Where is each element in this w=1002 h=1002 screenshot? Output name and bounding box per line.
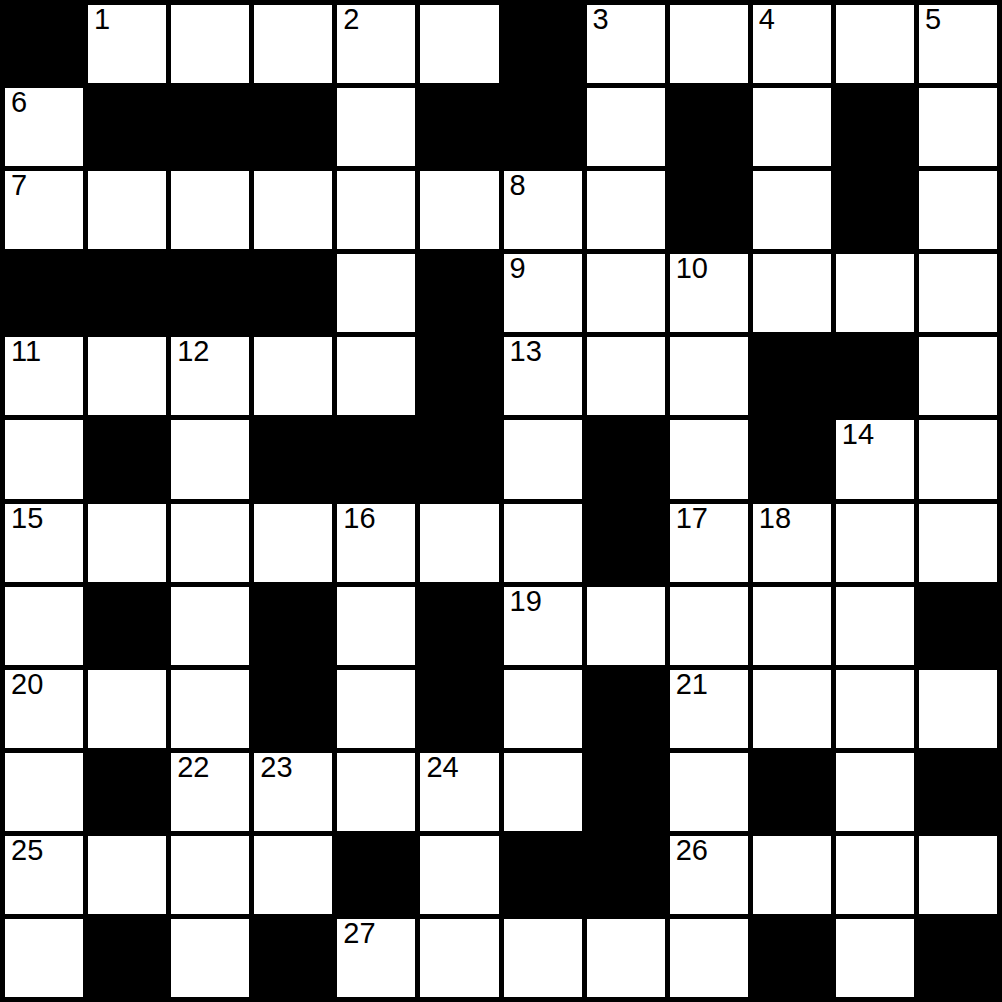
cell-r7c4[interactable] bbox=[254, 504, 332, 582]
block-r6c8 bbox=[587, 420, 665, 498]
block-r3c11 bbox=[836, 171, 914, 249]
cell-r2c10[interactable] bbox=[753, 88, 831, 166]
cell-r9c3[interactable] bbox=[171, 670, 249, 748]
clue-number-3: 3 bbox=[593, 4, 609, 34]
block-r7c8 bbox=[587, 504, 665, 582]
block-r8c2 bbox=[88, 587, 166, 665]
cell-r5c1[interactable]: 11 bbox=[5, 337, 83, 415]
clue-number-8: 8 bbox=[510, 170, 526, 200]
cell-r9c7[interactable] bbox=[504, 670, 582, 748]
cell-r11c11[interactable] bbox=[836, 836, 914, 914]
cell-r8c10[interactable] bbox=[753, 587, 831, 665]
cell-r2c1[interactable]: 6 bbox=[5, 88, 83, 166]
cell-r11c9[interactable]: 26 bbox=[670, 836, 748, 914]
cell-r11c12[interactable] bbox=[919, 836, 997, 914]
cell-r3c12[interactable] bbox=[919, 171, 997, 249]
cell-r4c12[interactable] bbox=[919, 254, 997, 332]
cell-r7c3[interactable] bbox=[171, 504, 249, 582]
cell-r9c10[interactable] bbox=[753, 670, 831, 748]
cell-r9c12[interactable] bbox=[919, 670, 997, 748]
cell-r1c8[interactable]: 3 bbox=[587, 5, 665, 83]
clue-number-1: 1 bbox=[94, 4, 110, 34]
cell-r9c2[interactable] bbox=[88, 670, 166, 748]
cell-r4c10[interactable] bbox=[753, 254, 831, 332]
cell-r3c3[interactable] bbox=[171, 171, 249, 249]
cell-r3c7[interactable]: 8 bbox=[504, 171, 582, 249]
cell-r11c4[interactable] bbox=[254, 836, 332, 914]
cell-r6c12[interactable] bbox=[919, 420, 997, 498]
cell-r1c5[interactable]: 2 bbox=[337, 5, 415, 83]
block-r2c9 bbox=[670, 88, 748, 166]
cell-r12c3[interactable] bbox=[171, 919, 249, 997]
block-r6c6 bbox=[420, 420, 498, 498]
block-r11c7 bbox=[504, 836, 582, 914]
clue-number-21: 21 bbox=[676, 669, 708, 699]
clue-number-23: 23 bbox=[260, 752, 292, 782]
block-r8c12 bbox=[919, 587, 997, 665]
cell-r11c1[interactable]: 25 bbox=[5, 836, 83, 914]
crossword-grid: 1234567891011121314151617181920212223242… bbox=[0, 0, 1002, 1002]
block-r12c10 bbox=[753, 919, 831, 997]
block-r2c7 bbox=[504, 88, 582, 166]
cell-r1c12[interactable]: 5 bbox=[919, 5, 997, 83]
cell-r8c5[interactable] bbox=[337, 587, 415, 665]
block-r1c7 bbox=[504, 5, 582, 83]
clue-number-26: 26 bbox=[676, 835, 708, 865]
clue-number-4: 4 bbox=[759, 4, 775, 34]
clue-number-12: 12 bbox=[177, 336, 209, 366]
clue-number-27: 27 bbox=[343, 918, 375, 948]
cell-r3c4[interactable] bbox=[254, 171, 332, 249]
cell-r1c11[interactable] bbox=[836, 5, 914, 83]
cell-r5c5[interactable] bbox=[337, 337, 415, 415]
cell-r11c10[interactable] bbox=[753, 836, 831, 914]
block-r6c2 bbox=[88, 420, 166, 498]
cell-r11c3[interactable] bbox=[171, 836, 249, 914]
cell-r5c7[interactable]: 13 bbox=[504, 337, 582, 415]
cell-r7c10[interactable]: 18 bbox=[753, 504, 831, 582]
block-r9c8 bbox=[587, 670, 665, 748]
block-r2c11 bbox=[836, 88, 914, 166]
cell-r9c1[interactable]: 20 bbox=[5, 670, 83, 748]
cell-r12c8[interactable] bbox=[587, 919, 665, 997]
cell-r2c5[interactable] bbox=[337, 88, 415, 166]
cell-r12c1[interactable] bbox=[5, 919, 83, 997]
clue-number-2: 2 bbox=[343, 4, 359, 34]
cell-r4c7[interactable]: 9 bbox=[504, 254, 582, 332]
cell-r3c2[interactable] bbox=[88, 171, 166, 249]
cell-r12c11[interactable] bbox=[836, 919, 914, 997]
clue-number-14: 14 bbox=[842, 419, 874, 449]
block-r11c5 bbox=[337, 836, 415, 914]
cell-r10c5[interactable] bbox=[337, 753, 415, 831]
block-r3c9 bbox=[670, 171, 748, 249]
cell-r8c9[interactable] bbox=[670, 587, 748, 665]
cell-r12c9[interactable] bbox=[670, 919, 748, 997]
clue-number-10: 10 bbox=[676, 253, 708, 283]
cell-r7c2[interactable] bbox=[88, 504, 166, 582]
block-r4c1 bbox=[5, 254, 83, 332]
clue-number-22: 22 bbox=[177, 752, 209, 782]
clue-number-19: 19 bbox=[510, 586, 542, 616]
cell-r1c3[interactable] bbox=[171, 5, 249, 83]
block-r8c6 bbox=[420, 587, 498, 665]
block-r6c5 bbox=[337, 420, 415, 498]
cell-r4c5[interactable] bbox=[337, 254, 415, 332]
cell-r6c3[interactable] bbox=[171, 420, 249, 498]
cell-r10c9[interactable] bbox=[670, 753, 748, 831]
block-r6c4 bbox=[254, 420, 332, 498]
cell-r2c12[interactable] bbox=[919, 88, 997, 166]
cell-r7c11[interactable] bbox=[836, 504, 914, 582]
cell-r1c10[interactable]: 4 bbox=[753, 5, 831, 83]
block-r2c6 bbox=[420, 88, 498, 166]
cell-r5c9[interactable] bbox=[670, 337, 748, 415]
cell-r8c8[interactable] bbox=[587, 587, 665, 665]
cell-r1c6[interactable] bbox=[420, 5, 498, 83]
block-r2c4 bbox=[254, 88, 332, 166]
cell-r6c7[interactable] bbox=[504, 420, 582, 498]
cell-r9c9[interactable]: 21 bbox=[670, 670, 748, 748]
block-r4c4 bbox=[254, 254, 332, 332]
cell-r1c9[interactable] bbox=[670, 5, 748, 83]
block-r10c8 bbox=[587, 753, 665, 831]
clue-number-9: 9 bbox=[510, 253, 526, 283]
cell-r12c7[interactable] bbox=[504, 919, 582, 997]
cell-r5c3[interactable]: 12 bbox=[171, 337, 249, 415]
cell-r10c4[interactable]: 23 bbox=[254, 753, 332, 831]
cell-r5c2[interactable] bbox=[88, 337, 166, 415]
cell-r10c6[interactable]: 24 bbox=[420, 753, 498, 831]
cell-r3c6[interactable] bbox=[420, 171, 498, 249]
block-r9c6 bbox=[420, 670, 498, 748]
cell-r4c11[interactable] bbox=[836, 254, 914, 332]
cell-r8c11[interactable] bbox=[836, 587, 914, 665]
cell-r12c6[interactable] bbox=[420, 919, 498, 997]
block-r10c12 bbox=[919, 753, 997, 831]
clue-number-5: 5 bbox=[925, 4, 941, 34]
block-r5c6 bbox=[420, 337, 498, 415]
cell-r10c11[interactable] bbox=[836, 753, 914, 831]
cell-r3c10[interactable] bbox=[753, 171, 831, 249]
clue-number-7: 7 bbox=[11, 170, 27, 200]
clue-number-6: 6 bbox=[11, 87, 27, 117]
cell-r3c5[interactable] bbox=[337, 171, 415, 249]
clue-number-15: 15 bbox=[11, 503, 43, 533]
cell-r10c7[interactable] bbox=[504, 753, 582, 831]
cell-r8c1[interactable] bbox=[5, 587, 83, 665]
cell-r3c1[interactable]: 7 bbox=[5, 171, 83, 249]
block-r4c6 bbox=[420, 254, 498, 332]
clue-number-13: 13 bbox=[510, 336, 542, 366]
clue-number-16: 16 bbox=[343, 503, 375, 533]
cell-r8c3[interactable] bbox=[171, 587, 249, 665]
cell-r7c7[interactable] bbox=[504, 504, 582, 582]
clue-number-18: 18 bbox=[759, 503, 791, 533]
block-r9c4 bbox=[254, 670, 332, 748]
block-r8c4 bbox=[254, 587, 332, 665]
cell-r3c8[interactable] bbox=[587, 171, 665, 249]
clue-number-17: 17 bbox=[676, 503, 708, 533]
cell-r7c1[interactable]: 15 bbox=[5, 504, 83, 582]
block-r11c8 bbox=[587, 836, 665, 914]
cell-r5c8[interactable] bbox=[587, 337, 665, 415]
cell-r5c12[interactable] bbox=[919, 337, 997, 415]
cell-r6c11[interactable]: 14 bbox=[836, 420, 914, 498]
block-r5c10 bbox=[753, 337, 831, 415]
cell-r8c7[interactable]: 19 bbox=[504, 587, 582, 665]
block-r10c2 bbox=[88, 753, 166, 831]
block-r5c11 bbox=[836, 337, 914, 415]
cell-r11c2[interactable] bbox=[88, 836, 166, 914]
cell-r2c8[interactable] bbox=[587, 88, 665, 166]
block-r4c2 bbox=[88, 254, 166, 332]
cell-r7c12[interactable] bbox=[919, 504, 997, 582]
cell-r4c8[interactable] bbox=[587, 254, 665, 332]
cell-r1c2[interactable]: 1 bbox=[88, 5, 166, 83]
cell-r9c5[interactable] bbox=[337, 670, 415, 748]
block-r4c3 bbox=[171, 254, 249, 332]
clue-number-20: 20 bbox=[11, 669, 43, 699]
cell-r11c6[interactable] bbox=[420, 836, 498, 914]
cell-r7c6[interactable] bbox=[420, 504, 498, 582]
cell-r5c4[interactable] bbox=[254, 337, 332, 415]
cell-r1c4[interactable] bbox=[254, 5, 332, 83]
block-r10c10 bbox=[753, 753, 831, 831]
cell-r7c9[interactable]: 17 bbox=[670, 504, 748, 582]
block-r6c10 bbox=[753, 420, 831, 498]
clue-number-25: 25 bbox=[11, 835, 43, 865]
cell-r6c1[interactable] bbox=[5, 420, 83, 498]
block-r2c2 bbox=[88, 88, 166, 166]
cell-r9c11[interactable] bbox=[836, 670, 914, 748]
clue-number-24: 24 bbox=[426, 752, 458, 782]
block-r12c2 bbox=[88, 919, 166, 997]
cell-r4c9[interactable]: 10 bbox=[670, 254, 748, 332]
cell-r10c1[interactable] bbox=[5, 753, 83, 831]
cell-r7c5[interactable]: 16 bbox=[337, 504, 415, 582]
block-r12c4 bbox=[254, 919, 332, 997]
cell-r6c9[interactable] bbox=[670, 420, 748, 498]
block-r12c12 bbox=[919, 919, 997, 997]
block-r1c1 bbox=[5, 5, 83, 83]
block-r2c3 bbox=[171, 88, 249, 166]
clue-number-11: 11 bbox=[11, 336, 41, 366]
cell-r12c5[interactable]: 27 bbox=[337, 919, 415, 997]
cell-r10c3[interactable]: 22 bbox=[171, 753, 249, 831]
